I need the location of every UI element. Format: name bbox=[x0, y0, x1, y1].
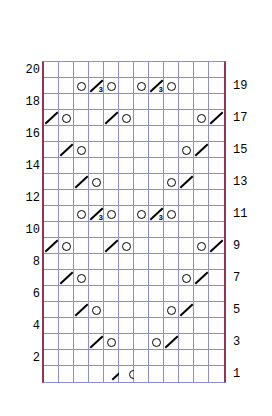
grid-cell bbox=[89, 110, 104, 126]
grid-cell: 3 bbox=[149, 206, 164, 222]
yarn-over-icon bbox=[74, 206, 89, 222]
grid-cell bbox=[164, 286, 179, 302]
grid-cell bbox=[209, 206, 224, 222]
grid-cell bbox=[74, 334, 89, 350]
grid-cell bbox=[59, 366, 74, 382]
row-number-left: 6 bbox=[12, 287, 40, 301]
slash-stroke bbox=[105, 111, 119, 124]
grid-cell bbox=[44, 270, 59, 286]
decrease-icon bbox=[194, 270, 209, 286]
grid-cell bbox=[44, 366, 59, 382]
grid-cell bbox=[104, 206, 119, 222]
yarn-over-icon bbox=[74, 78, 89, 94]
grid-cell bbox=[209, 94, 224, 110]
grid-cell bbox=[59, 302, 74, 318]
row-number-left: 8 bbox=[12, 255, 40, 269]
grid-cell bbox=[149, 318, 164, 334]
grid-cell bbox=[194, 174, 209, 190]
double-decrease-icon: 3 bbox=[149, 206, 164, 222]
grid-cell bbox=[104, 318, 119, 334]
row-number-left: 4 bbox=[12, 319, 40, 333]
grid-cell bbox=[149, 350, 164, 366]
decrease-icon bbox=[59, 270, 74, 286]
row-number-left: 10 bbox=[12, 223, 40, 237]
grid-cell bbox=[89, 350, 104, 366]
grid-cell bbox=[179, 174, 194, 190]
grid-cell bbox=[44, 78, 59, 94]
grid-cell bbox=[179, 366, 194, 382]
grid-cell bbox=[209, 190, 224, 206]
grid-cell bbox=[59, 158, 74, 174]
grid-cell bbox=[104, 254, 119, 270]
decrease-icon bbox=[194, 142, 209, 158]
row-number-right: 11 bbox=[233, 207, 261, 221]
grid-cell bbox=[74, 206, 89, 222]
grid-cell bbox=[134, 190, 149, 206]
decrease-icon bbox=[209, 238, 224, 254]
yarn-over-icon bbox=[104, 78, 119, 94]
grid-cell bbox=[44, 190, 59, 206]
yarn-over-icon bbox=[149, 334, 164, 350]
grid-cell bbox=[44, 142, 59, 158]
grid-cell bbox=[194, 254, 209, 270]
yarn-over-icon bbox=[194, 110, 209, 126]
grid-cell bbox=[44, 334, 59, 350]
grid-cell bbox=[44, 206, 59, 222]
grid-cell bbox=[149, 62, 164, 78]
grid-cell bbox=[104, 302, 119, 318]
decrease-icon bbox=[44, 238, 59, 254]
grid-cell bbox=[194, 350, 209, 366]
grid-cell bbox=[89, 222, 104, 238]
grid-cell bbox=[74, 158, 89, 174]
grid-cell: 3 bbox=[89, 78, 104, 94]
yarn-over-icon bbox=[74, 142, 89, 158]
grid-cell bbox=[194, 110, 209, 126]
grid-cell bbox=[104, 270, 119, 286]
grid-cell bbox=[164, 222, 179, 238]
subscript-3: 3 bbox=[158, 87, 163, 94]
grid-cell bbox=[209, 366, 224, 382]
grid-cell bbox=[164, 94, 179, 110]
slash-stroke bbox=[210, 111, 224, 124]
grid-cell bbox=[149, 238, 164, 254]
subscript-3: 3 bbox=[98, 87, 103, 94]
decrease-icon bbox=[74, 302, 89, 318]
grid-cell bbox=[164, 334, 179, 350]
grid-cell bbox=[44, 62, 59, 78]
grid-cell bbox=[44, 222, 59, 238]
grid-cell bbox=[119, 126, 134, 142]
double-decrease-icon: 3 bbox=[89, 78, 104, 94]
grid-cell bbox=[74, 142, 89, 158]
grid-cell bbox=[164, 318, 179, 334]
grid-cell bbox=[194, 78, 209, 94]
grid-cell bbox=[119, 302, 134, 318]
grid-cell bbox=[194, 206, 209, 222]
grid-cell bbox=[44, 302, 59, 318]
grid-cell bbox=[89, 366, 104, 382]
grid-cell bbox=[194, 142, 209, 158]
grid-cell bbox=[89, 126, 104, 142]
grid-cell bbox=[179, 270, 194, 286]
row-number-right: 1 bbox=[233, 367, 261, 381]
grid-cell bbox=[179, 254, 194, 270]
grid-cell bbox=[194, 270, 209, 286]
grid-cell bbox=[59, 222, 74, 238]
grid-cell bbox=[89, 270, 104, 286]
grid-cell bbox=[119, 222, 134, 238]
grid-cell bbox=[194, 158, 209, 174]
grid-cell bbox=[209, 174, 224, 190]
yarn-over-icon bbox=[89, 302, 104, 318]
grid-cell bbox=[104, 174, 119, 190]
grid-cell bbox=[119, 190, 134, 206]
yarn-over-icon bbox=[104, 206, 119, 222]
grid-cell bbox=[149, 190, 164, 206]
grid-cell bbox=[179, 334, 194, 350]
yarn-over-icon bbox=[194, 238, 209, 254]
grid-cell bbox=[209, 350, 224, 366]
grid-cell bbox=[59, 334, 74, 350]
grid-cell bbox=[89, 174, 104, 190]
row-number-right: 5 bbox=[233, 303, 261, 317]
grid-cell bbox=[164, 190, 179, 206]
grid-cell bbox=[179, 190, 194, 206]
row-number-right: 7 bbox=[233, 271, 261, 285]
row-number-left: 18 bbox=[12, 95, 40, 109]
grid-cell bbox=[44, 350, 59, 366]
grid-cell bbox=[164, 254, 179, 270]
grid-cell bbox=[134, 254, 149, 270]
grid-cell bbox=[164, 110, 179, 126]
grid-cell bbox=[209, 302, 224, 318]
grid-cell bbox=[89, 238, 104, 254]
grid-cell bbox=[119, 174, 134, 190]
grid-cell bbox=[179, 110, 194, 126]
grid-cell bbox=[44, 286, 59, 302]
grid-cell bbox=[179, 126, 194, 142]
yarn-over-icon bbox=[134, 206, 149, 222]
decrease-icon bbox=[44, 110, 59, 126]
yarn-over-icon bbox=[59, 238, 74, 254]
grid-cell bbox=[89, 94, 104, 110]
grid-cell bbox=[59, 174, 74, 190]
yarn-over-icon bbox=[119, 110, 134, 126]
grid-cell bbox=[74, 270, 89, 286]
yarn-over-icon bbox=[164, 206, 179, 222]
grid-cell bbox=[134, 142, 149, 158]
grid-cell bbox=[44, 110, 59, 126]
grid-cell bbox=[74, 302, 89, 318]
row-number-right: 17 bbox=[233, 111, 261, 125]
grid-cell bbox=[179, 222, 194, 238]
double-decrease-icon: 3 bbox=[149, 78, 164, 94]
grid-cell bbox=[44, 238, 59, 254]
grid-cell bbox=[134, 366, 149, 382]
grid-cell bbox=[104, 78, 119, 94]
slash-stroke bbox=[165, 335, 179, 348]
grid-cell bbox=[179, 302, 194, 318]
yarn-over-icon bbox=[179, 142, 194, 158]
slash-stroke bbox=[210, 239, 224, 252]
row-number-right: 13 bbox=[233, 175, 261, 189]
grid-cell bbox=[209, 222, 224, 238]
grid-cell bbox=[59, 126, 74, 142]
decrease-icon bbox=[209, 110, 224, 126]
grid-cell bbox=[119, 62, 134, 78]
grid-cell bbox=[164, 78, 179, 94]
slash-stroke bbox=[195, 143, 209, 156]
grid-cell bbox=[209, 270, 224, 286]
grid-cell bbox=[104, 222, 119, 238]
grid-cell bbox=[89, 302, 104, 318]
decrease-icon bbox=[74, 174, 89, 190]
grid-cell bbox=[59, 350, 74, 366]
grid-cell bbox=[164, 126, 179, 142]
grid-cell bbox=[119, 206, 134, 222]
grid-cell bbox=[149, 334, 164, 350]
row-number-left: 20 bbox=[12, 63, 40, 77]
grid-cell bbox=[134, 350, 149, 366]
yarn-over-icon bbox=[164, 78, 179, 94]
grid-cell bbox=[74, 238, 89, 254]
grid-cell bbox=[104, 126, 119, 142]
grid-cell bbox=[134, 334, 149, 350]
grid-cell bbox=[149, 110, 164, 126]
grid-cell bbox=[134, 286, 149, 302]
decrease-icon bbox=[89, 334, 104, 350]
grid-cell bbox=[89, 318, 104, 334]
slash-stroke bbox=[90, 335, 104, 348]
grid-cell bbox=[74, 254, 89, 270]
grid-cell bbox=[104, 94, 119, 110]
grid-cell bbox=[119, 254, 134, 270]
grid-cell bbox=[149, 142, 164, 158]
grid-cell bbox=[149, 302, 164, 318]
grid-cell bbox=[89, 62, 104, 78]
grid-cell bbox=[119, 110, 134, 126]
grid-cell bbox=[179, 238, 194, 254]
row-number-left: 12 bbox=[12, 191, 40, 205]
slash-stroke bbox=[45, 239, 59, 252]
yarn-over-icon bbox=[119, 238, 134, 254]
grid-cell bbox=[194, 222, 209, 238]
row-number-right: 9 bbox=[233, 239, 261, 253]
grid-cell bbox=[194, 190, 209, 206]
grid-cell bbox=[194, 302, 209, 318]
grid-cell bbox=[194, 334, 209, 350]
grid-cell bbox=[149, 158, 164, 174]
grid-cell bbox=[134, 238, 149, 254]
grid-cell bbox=[74, 350, 89, 366]
grid-cell bbox=[164, 366, 179, 382]
grid-cell bbox=[209, 238, 224, 254]
grid-cell bbox=[74, 174, 89, 190]
grid-cell bbox=[104, 190, 119, 206]
grid-cell bbox=[89, 142, 104, 158]
slash-stroke bbox=[75, 175, 89, 188]
grid-cell bbox=[74, 126, 89, 142]
grid-cell bbox=[149, 270, 164, 286]
grid-cell bbox=[74, 286, 89, 302]
slash-stroke bbox=[45, 111, 59, 124]
grid-cell bbox=[89, 334, 104, 350]
slash-stroke bbox=[60, 271, 74, 284]
grid-cell bbox=[59, 142, 74, 158]
slash-stroke bbox=[195, 271, 209, 284]
grid-cell bbox=[104, 238, 119, 254]
grid-cell bbox=[119, 286, 134, 302]
grid-cell bbox=[119, 366, 134, 382]
grid-cell bbox=[149, 94, 164, 110]
grid-cell bbox=[209, 126, 224, 142]
grid-cell bbox=[164, 350, 179, 366]
grid-cell: 3 bbox=[89, 206, 104, 222]
row-number-right: 3 bbox=[233, 335, 261, 349]
grid-cell bbox=[59, 254, 74, 270]
yarn-over-icon bbox=[89, 174, 104, 190]
grid-cell bbox=[59, 110, 74, 126]
grid-cell bbox=[44, 174, 59, 190]
grid-cell bbox=[74, 222, 89, 238]
decrease-icon bbox=[164, 334, 179, 350]
grid-cell bbox=[149, 366, 164, 382]
grid-cell bbox=[59, 62, 74, 78]
grid-cell bbox=[59, 78, 74, 94]
grid-cell bbox=[179, 350, 194, 366]
grid-cell bbox=[134, 270, 149, 286]
grid-cell bbox=[194, 318, 209, 334]
yarn-over-icon bbox=[164, 174, 179, 190]
slash-stroke bbox=[60, 143, 74, 156]
grid-cell bbox=[89, 286, 104, 302]
yarn-over-icon bbox=[164, 302, 179, 318]
grid-cell bbox=[194, 366, 209, 382]
grid-cell bbox=[59, 206, 74, 222]
grid-cell bbox=[59, 94, 74, 110]
grid-cell: 3 bbox=[149, 78, 164, 94]
grid-cell bbox=[179, 318, 194, 334]
row-number-left: 14 bbox=[12, 159, 40, 173]
grid-cell bbox=[164, 158, 179, 174]
grid-cell bbox=[104, 62, 119, 78]
grid-cell bbox=[134, 318, 149, 334]
row-number-left: 2 bbox=[12, 351, 40, 365]
grid-cell bbox=[134, 126, 149, 142]
grid-cell bbox=[209, 110, 224, 126]
grid-cell bbox=[44, 318, 59, 334]
slash-stroke bbox=[180, 303, 194, 316]
grid-cell bbox=[89, 190, 104, 206]
grid-cell bbox=[119, 318, 134, 334]
grid-cell bbox=[164, 270, 179, 286]
grid-cell bbox=[74, 62, 89, 78]
grid-cell bbox=[209, 318, 224, 334]
grid-cell bbox=[104, 286, 119, 302]
decrease-icon bbox=[104, 110, 119, 126]
grid-cell bbox=[179, 142, 194, 158]
grid-cell bbox=[44, 94, 59, 110]
chart-grid: 3333 bbox=[42, 61, 226, 383]
grid-cell bbox=[59, 270, 74, 286]
grid-cell bbox=[119, 238, 134, 254]
decrease-icon bbox=[179, 302, 194, 318]
grid-cell bbox=[134, 78, 149, 94]
grid-cell bbox=[74, 78, 89, 94]
grid-cell bbox=[119, 158, 134, 174]
grid-cell bbox=[89, 254, 104, 270]
grid-cell bbox=[194, 238, 209, 254]
grid-cell bbox=[149, 286, 164, 302]
grid-cell bbox=[164, 238, 179, 254]
grid-cell bbox=[209, 286, 224, 302]
slash-stroke bbox=[180, 175, 194, 188]
row-number-right: 15 bbox=[233, 143, 261, 157]
yarn-over-icon bbox=[74, 270, 89, 286]
decrease-icon bbox=[104, 238, 119, 254]
grid-cell bbox=[134, 206, 149, 222]
grid-cell bbox=[59, 190, 74, 206]
grid-cell bbox=[194, 286, 209, 302]
grid-cell bbox=[134, 158, 149, 174]
grid-cell bbox=[179, 158, 194, 174]
slash-stroke bbox=[105, 239, 119, 252]
grid-cell bbox=[44, 126, 59, 142]
grid-cell bbox=[209, 62, 224, 78]
subscript-3: 3 bbox=[98, 215, 103, 222]
grid-cell bbox=[134, 94, 149, 110]
grid-cell bbox=[149, 174, 164, 190]
grid-cell bbox=[134, 174, 149, 190]
grid-cell bbox=[209, 254, 224, 270]
grid-cell bbox=[104, 350, 119, 366]
grid-cell bbox=[59, 318, 74, 334]
slash-stroke bbox=[75, 303, 89, 316]
grid-cell bbox=[134, 222, 149, 238]
grid-cell bbox=[134, 302, 149, 318]
grid-cell bbox=[134, 110, 149, 126]
grid-cell bbox=[119, 334, 134, 350]
grid-cell bbox=[104, 142, 119, 158]
grid-cell bbox=[89, 158, 104, 174]
subscript-3: 3 bbox=[158, 215, 163, 222]
grid-cell bbox=[209, 142, 224, 158]
grid-cell bbox=[59, 286, 74, 302]
grid-cell bbox=[119, 350, 134, 366]
yarn-over-icon bbox=[104, 334, 119, 350]
grid-cell bbox=[104, 366, 119, 382]
grid-cell bbox=[194, 94, 209, 110]
grid-cell bbox=[74, 94, 89, 110]
grid-cell bbox=[44, 254, 59, 270]
decrease-icon bbox=[59, 142, 74, 158]
yarn-over-icon bbox=[59, 110, 74, 126]
grid-cell bbox=[179, 94, 194, 110]
grid-cell bbox=[194, 126, 209, 142]
row-number-left: 16 bbox=[12, 127, 40, 141]
decrease-icon bbox=[179, 174, 194, 190]
grid-cell bbox=[179, 62, 194, 78]
grid-cell bbox=[104, 158, 119, 174]
row-number-right: 19 bbox=[233, 79, 261, 93]
grid-cell bbox=[119, 142, 134, 158]
grid-cell bbox=[209, 158, 224, 174]
grid-cell bbox=[164, 206, 179, 222]
grid-cell bbox=[74, 366, 89, 382]
grid-cell bbox=[74, 190, 89, 206]
grid-cell bbox=[149, 254, 164, 270]
